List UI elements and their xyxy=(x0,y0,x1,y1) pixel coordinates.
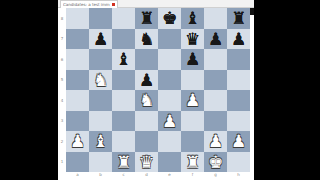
square-h5[interactable] xyxy=(227,70,250,91)
square-d7[interactable]: ♞ xyxy=(135,29,158,50)
square-d6[interactable] xyxy=(135,49,158,70)
file-label-d: d xyxy=(135,172,158,179)
piece-black-king[interactable]: ♚ xyxy=(162,8,177,29)
square-b6[interactable] xyxy=(89,49,112,70)
piece-white-pawn[interactable]: ♟ xyxy=(208,131,223,152)
square-f4[interactable]: ♟ xyxy=(181,90,204,111)
square-e2[interactable] xyxy=(158,131,181,152)
piece-black-pawn[interactable]: ♟ xyxy=(231,29,246,50)
square-h3[interactable] xyxy=(227,111,250,132)
tab-title: Candidates: a test imm xyxy=(63,3,110,7)
square-g6[interactable] xyxy=(204,49,227,70)
file-label-f: f xyxy=(181,172,204,179)
square-c7[interactable] xyxy=(112,29,135,50)
square-g1[interactable]: ♚ xyxy=(204,152,227,173)
browser-tab-bar: Candidates: a test imm xyxy=(58,0,254,8)
video-frame: { "game": "chess", "position": { "fen": … xyxy=(0,0,320,180)
piece-white-knight[interactable]: ♞ xyxy=(93,70,108,91)
square-c4[interactable] xyxy=(112,90,135,111)
square-g3[interactable] xyxy=(204,111,227,132)
piece-black-pawn[interactable]: ♟ xyxy=(93,29,108,50)
square-c5[interactable] xyxy=(112,70,135,91)
square-e6[interactable] xyxy=(158,49,181,70)
file-label-e: e xyxy=(158,172,181,179)
square-g8[interactable] xyxy=(204,8,227,29)
piece-white-rook[interactable]: ♜ xyxy=(116,152,131,173)
rank-coordinates: 87654321 xyxy=(58,8,66,172)
piece-black-pawn[interactable]: ♟ xyxy=(185,49,200,70)
square-f8[interactable]: ♝ xyxy=(181,8,204,29)
rank-label-8: 8 xyxy=(58,8,66,29)
square-a8[interactable] xyxy=(66,8,89,29)
piece-white-pawn[interactable]: ♟ xyxy=(185,90,200,111)
rank-label-2: 2 xyxy=(58,131,66,152)
square-b3[interactable] xyxy=(89,111,112,132)
square-b8[interactable] xyxy=(89,8,112,29)
square-e5[interactable] xyxy=(158,70,181,91)
square-h7[interactable]: ♟ xyxy=(227,29,250,50)
piece-white-pawn[interactable]: ♟ xyxy=(231,131,246,152)
rank-label-1: 1 xyxy=(58,152,66,173)
square-d1[interactable]: ♛ xyxy=(135,152,158,173)
piece-white-bishop[interactable]: ♝ xyxy=(93,131,108,152)
square-b2[interactable]: ♝ xyxy=(89,131,112,152)
square-a3[interactable] xyxy=(66,111,89,132)
piece-black-rook[interactable]: ♜ xyxy=(231,8,246,29)
file-label-a: a xyxy=(66,172,89,179)
square-c2[interactable] xyxy=(112,131,135,152)
piece-black-bishop[interactable]: ♝ xyxy=(185,8,200,29)
square-b4[interactable] xyxy=(89,90,112,111)
rank-label-4: 4 xyxy=(58,90,66,111)
square-d5[interactable]: ♟ xyxy=(135,70,158,91)
square-a6[interactable] xyxy=(66,49,89,70)
file-label-g: g xyxy=(204,172,227,179)
square-b1[interactable] xyxy=(89,152,112,173)
square-e8[interactable]: ♚ xyxy=(158,8,181,29)
square-d2[interactable] xyxy=(135,131,158,152)
square-h4[interactable] xyxy=(227,90,250,111)
square-d3[interactable] xyxy=(135,111,158,132)
rank-label-7: 7 xyxy=(58,29,66,50)
square-d4[interactable]: ♞ xyxy=(135,90,158,111)
piece-white-king[interactable]: ♚ xyxy=(208,152,223,173)
piece-black-pawn[interactable]: ♟ xyxy=(139,70,154,91)
square-h1[interactable] xyxy=(227,152,250,173)
file-label-h: h xyxy=(227,172,250,179)
square-c3[interactable] xyxy=(112,111,135,132)
square-h8[interactable]: ♜ xyxy=(227,8,250,29)
square-g7[interactable]: ♟ xyxy=(204,29,227,50)
square-e4[interactable] xyxy=(158,90,181,111)
square-f3[interactable] xyxy=(181,111,204,132)
rank-label-6: 6 xyxy=(58,49,66,70)
piece-black-queen[interactable]: ♛ xyxy=(185,29,200,50)
square-a1[interactable] xyxy=(66,152,89,173)
square-f2[interactable] xyxy=(181,131,204,152)
square-c6[interactable]: ♝ xyxy=(112,49,135,70)
piece-black-rook[interactable]: ♜ xyxy=(139,8,154,29)
file-coordinates: abcdefgh xyxy=(66,172,250,179)
square-b5[interactable]: ♞ xyxy=(89,70,112,91)
square-c8[interactable] xyxy=(112,8,135,29)
square-h6[interactable] xyxy=(227,49,250,70)
square-a2[interactable]: ♟ xyxy=(66,131,89,152)
square-g5[interactable] xyxy=(204,70,227,91)
piece-white-rook[interactable]: ♜ xyxy=(185,152,200,173)
square-e3[interactable]: ♟ xyxy=(158,111,181,132)
piece-black-bishop[interactable]: ♝ xyxy=(116,49,131,70)
square-c1[interactable]: ♜ xyxy=(112,152,135,173)
piece-white-queen[interactable]: ♛ xyxy=(139,152,154,173)
square-b7[interactable]: ♟ xyxy=(89,29,112,50)
square-e7[interactable] xyxy=(158,29,181,50)
piece-white-knight[interactable]: ♞ xyxy=(139,90,154,111)
square-a5[interactable] xyxy=(66,70,89,91)
piece-black-knight[interactable]: ♞ xyxy=(139,29,154,50)
piece-black-pawn[interactable]: ♟ xyxy=(208,29,223,50)
piece-white-pawn[interactable]: ♟ xyxy=(162,111,177,132)
square-f7[interactable]: ♛ xyxy=(181,29,204,50)
browser-page: Candidates: a test imm 87654321 ♜♚♝♜♟♞♛♟… xyxy=(58,0,254,180)
square-f1[interactable]: ♜ xyxy=(181,152,204,173)
rank-label-5: 5 xyxy=(58,70,66,91)
file-label-c: c xyxy=(112,172,135,179)
file-label-b: b xyxy=(89,172,112,179)
tab-favicon-icon xyxy=(112,3,115,6)
square-a7[interactable] xyxy=(66,29,89,50)
square-d8[interactable]: ♜ xyxy=(135,8,158,29)
square-g4[interactable] xyxy=(204,90,227,111)
square-a4[interactable] xyxy=(66,90,89,111)
chess-board: ♜♚♝♜♟♞♛♟♟♝♟♞♟♞♟♟♟♝♟♟♜♛♜♚ xyxy=(66,8,250,172)
square-e1[interactable] xyxy=(158,152,181,173)
square-g2[interactable]: ♟ xyxy=(204,131,227,152)
square-h2[interactable]: ♟ xyxy=(227,131,250,152)
piece-white-pawn[interactable]: ♟ xyxy=(70,131,85,152)
square-f5[interactable] xyxy=(181,70,204,91)
rank-label-3: 3 xyxy=(58,111,66,132)
square-f6[interactable]: ♟ xyxy=(181,49,204,70)
browser-tab[interactable]: Candidates: a test imm xyxy=(60,0,118,8)
